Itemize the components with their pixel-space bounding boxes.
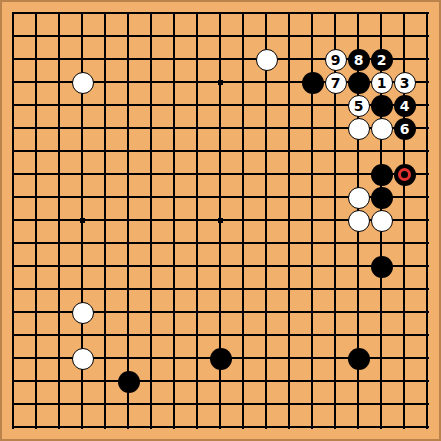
intersection-ig[interactable] xyxy=(186,140,209,163)
intersection-hc[interactable] xyxy=(163,48,186,71)
intersection-ko[interactable] xyxy=(232,324,255,347)
intersection-hi[interactable] xyxy=(163,186,186,209)
intersection-if[interactable] xyxy=(186,117,209,140)
intersection-ek[interactable] xyxy=(94,232,117,255)
intersection-jg[interactable] xyxy=(209,140,232,163)
intersection-jn[interactable] xyxy=(209,301,232,324)
intersection-br[interactable] xyxy=(25,393,48,416)
intersection-dc[interactable] xyxy=(71,48,94,71)
intersection-hh[interactable] xyxy=(163,163,186,186)
intersection-hj[interactable] xyxy=(163,209,186,232)
intersection-nn[interactable] xyxy=(301,301,324,324)
intersection-ng[interactable] xyxy=(301,140,324,163)
intersection-oo[interactable] xyxy=(324,324,347,347)
intersection-do[interactable] xyxy=(71,324,94,347)
intersection-nh[interactable] xyxy=(301,163,324,186)
intersection-pb[interactable] xyxy=(347,25,370,48)
intersection-ll[interactable] xyxy=(255,255,278,278)
intersection-nf[interactable] xyxy=(301,117,324,140)
intersection-mo[interactable] xyxy=(278,324,301,347)
intersection-iq[interactable] xyxy=(186,370,209,393)
intersection-mp[interactable] xyxy=(278,347,301,370)
intersection-sf[interactable] xyxy=(416,117,439,140)
intersection-ef[interactable] xyxy=(94,117,117,140)
intersection-bo[interactable] xyxy=(25,324,48,347)
intersection-rp[interactable] xyxy=(393,347,416,370)
intersection-bn[interactable] xyxy=(25,301,48,324)
intersection-ro[interactable] xyxy=(393,324,416,347)
intersection-pe[interactable]: 5 xyxy=(347,94,370,117)
intersection-nb[interactable] xyxy=(301,25,324,48)
intersection-rm[interactable] xyxy=(393,278,416,301)
intersection-pa[interactable] xyxy=(347,2,370,25)
intersection-pl[interactable] xyxy=(347,255,370,278)
intersection-ld[interactable] xyxy=(255,71,278,94)
intersection-as[interactable] xyxy=(2,416,25,439)
intersection-hf[interactable] xyxy=(163,117,186,140)
intersection-nq[interactable] xyxy=(301,370,324,393)
intersection-mk[interactable] xyxy=(278,232,301,255)
intersection-ms[interactable] xyxy=(278,416,301,439)
intersection-qd[interactable]: 1 xyxy=(370,71,393,94)
intersection-gg[interactable] xyxy=(140,140,163,163)
intersection-qs[interactable] xyxy=(370,416,393,439)
intersection-cs[interactable] xyxy=(48,416,71,439)
intersection-fa[interactable] xyxy=(117,2,140,25)
intersection-km[interactable] xyxy=(232,278,255,301)
intersection-ja[interactable] xyxy=(209,2,232,25)
intersection-jh[interactable] xyxy=(209,163,232,186)
intersection-ml[interactable] xyxy=(278,255,301,278)
intersection-re[interactable]: 4 xyxy=(393,94,416,117)
intersection-nr[interactable] xyxy=(301,393,324,416)
intersection-nc[interactable] xyxy=(301,48,324,71)
intersection-ri[interactable] xyxy=(393,186,416,209)
intersection-en[interactable] xyxy=(94,301,117,324)
intersection-cm[interactable] xyxy=(48,278,71,301)
intersection-jb[interactable] xyxy=(209,25,232,48)
intersection-ln[interactable] xyxy=(255,301,278,324)
intersection-di[interactable] xyxy=(71,186,94,209)
intersection-oq[interactable] xyxy=(324,370,347,393)
intersection-gc[interactable] xyxy=(140,48,163,71)
intersection-rb[interactable] xyxy=(393,25,416,48)
intersection-kf[interactable] xyxy=(232,117,255,140)
intersection-fn[interactable] xyxy=(117,301,140,324)
intersection-nl[interactable] xyxy=(301,255,324,278)
intersection-ki[interactable] xyxy=(232,186,255,209)
intersection-an[interactable] xyxy=(2,301,25,324)
intersection-bf[interactable] xyxy=(25,117,48,140)
intersection-ih[interactable] xyxy=(186,163,209,186)
intersection-qa[interactable] xyxy=(370,2,393,25)
intersection-og[interactable] xyxy=(324,140,347,163)
intersection-of[interactable] xyxy=(324,117,347,140)
intersection-rl[interactable] xyxy=(393,255,416,278)
intersection-ai[interactable] xyxy=(2,186,25,209)
intersection-ff[interactable] xyxy=(117,117,140,140)
intersection-ph[interactable] xyxy=(347,163,370,186)
intersection-hq[interactable] xyxy=(163,370,186,393)
intersection-jr[interactable] xyxy=(209,393,232,416)
intersection-dd[interactable] xyxy=(71,71,94,94)
intersection-db[interactable] xyxy=(71,25,94,48)
intersection-bk[interactable] xyxy=(25,232,48,255)
intersection-gl[interactable] xyxy=(140,255,163,278)
intersection-qf[interactable] xyxy=(370,117,393,140)
intersection-ac[interactable] xyxy=(2,48,25,71)
intersection-pk[interactable] xyxy=(347,232,370,255)
intersection-jd[interactable] xyxy=(209,71,232,94)
intersection-lg[interactable] xyxy=(255,140,278,163)
intersection-sr[interactable] xyxy=(416,393,439,416)
intersection-am[interactable] xyxy=(2,278,25,301)
intersection-oi[interactable] xyxy=(324,186,347,209)
intersection-dm[interactable] xyxy=(71,278,94,301)
intersection-pj[interactable] xyxy=(347,209,370,232)
intersection-sc[interactable] xyxy=(416,48,439,71)
intersection-bh[interactable] xyxy=(25,163,48,186)
intersection-aa[interactable] xyxy=(2,2,25,25)
intersection-so[interactable] xyxy=(416,324,439,347)
intersection-la[interactable] xyxy=(255,2,278,25)
intersection-pf[interactable] xyxy=(347,117,370,140)
intersection-na[interactable] xyxy=(301,2,324,25)
intersection-pp[interactable] xyxy=(347,347,370,370)
intersection-cd[interactable] xyxy=(48,71,71,94)
intersection-qc[interactable]: 2 xyxy=(370,48,393,71)
intersection-er[interactable] xyxy=(94,393,117,416)
intersection-gr[interactable] xyxy=(140,393,163,416)
intersection-dh[interactable] xyxy=(71,163,94,186)
intersection-om[interactable] xyxy=(324,278,347,301)
intersection-ce[interactable] xyxy=(48,94,71,117)
intersection-aj[interactable] xyxy=(2,209,25,232)
intersection-cr[interactable] xyxy=(48,393,71,416)
intersection-ra[interactable] xyxy=(393,2,416,25)
intersection-rh[interactable] xyxy=(393,163,416,186)
intersection-ii[interactable] xyxy=(186,186,209,209)
intersection-cq[interactable] xyxy=(48,370,71,393)
intersection-qj[interactable] xyxy=(370,209,393,232)
intersection-lc[interactable] xyxy=(255,48,278,71)
intersection-fo[interactable] xyxy=(117,324,140,347)
intersection-gi[interactable] xyxy=(140,186,163,209)
intersection-jj[interactable] xyxy=(209,209,232,232)
intersection-fb[interactable] xyxy=(117,25,140,48)
intersection-mr[interactable] xyxy=(278,393,301,416)
intersection-ge[interactable] xyxy=(140,94,163,117)
intersection-io[interactable] xyxy=(186,324,209,347)
intersection-rg[interactable] xyxy=(393,140,416,163)
intersection-kh[interactable] xyxy=(232,163,255,186)
intersection-ad[interactable] xyxy=(2,71,25,94)
intersection-kc[interactable] xyxy=(232,48,255,71)
intersection-dj[interactable] xyxy=(71,209,94,232)
intersection-gq[interactable] xyxy=(140,370,163,393)
intersection-be[interactable] xyxy=(25,94,48,117)
intersection-fr[interactable] xyxy=(117,393,140,416)
intersection-fc[interactable] xyxy=(117,48,140,71)
intersection-lr[interactable] xyxy=(255,393,278,416)
intersection-ep[interactable] xyxy=(94,347,117,370)
intersection-bl[interactable] xyxy=(25,255,48,278)
intersection-hb[interactable] xyxy=(163,25,186,48)
intersection-in[interactable] xyxy=(186,301,209,324)
intersection-ne[interactable] xyxy=(301,94,324,117)
intersection-dq[interactable] xyxy=(71,370,94,393)
intersection-oc[interactable]: 9 xyxy=(324,48,347,71)
intersection-pr[interactable] xyxy=(347,393,370,416)
intersection-jo[interactable] xyxy=(209,324,232,347)
intersection-nm[interactable] xyxy=(301,278,324,301)
intersection-ap[interactable] xyxy=(2,347,25,370)
intersection-ah[interactable] xyxy=(2,163,25,186)
intersection-od[interactable]: 7 xyxy=(324,71,347,94)
intersection-ib[interactable] xyxy=(186,25,209,48)
intersection-fp[interactable] xyxy=(117,347,140,370)
intersection-op[interactable] xyxy=(324,347,347,370)
intersection-ar[interactable] xyxy=(2,393,25,416)
intersection-fl[interactable] xyxy=(117,255,140,278)
intersection-jp[interactable] xyxy=(209,347,232,370)
intersection-bj[interactable] xyxy=(25,209,48,232)
intersection-qi[interactable] xyxy=(370,186,393,209)
intersection-js[interactable] xyxy=(209,416,232,439)
intersection-lo[interactable] xyxy=(255,324,278,347)
intersection-gp[interactable] xyxy=(140,347,163,370)
intersection-rs[interactable] xyxy=(393,416,416,439)
intersection-fm[interactable] xyxy=(117,278,140,301)
intersection-gf[interactable] xyxy=(140,117,163,140)
intersection-hm[interactable] xyxy=(163,278,186,301)
intersection-gd[interactable] xyxy=(140,71,163,94)
intersection-fh[interactable] xyxy=(117,163,140,186)
intersection-rr[interactable] xyxy=(393,393,416,416)
intersection-pn[interactable] xyxy=(347,301,370,324)
intersection-pm[interactable] xyxy=(347,278,370,301)
intersection-ie[interactable] xyxy=(186,94,209,117)
intersection-go[interactable] xyxy=(140,324,163,347)
intersection-nk[interactable] xyxy=(301,232,324,255)
intersection-gj[interactable] xyxy=(140,209,163,232)
intersection-hl[interactable] xyxy=(163,255,186,278)
intersection-pc[interactable]: 8 xyxy=(347,48,370,71)
intersection-ka[interactable] xyxy=(232,2,255,25)
intersection-sq[interactable] xyxy=(416,370,439,393)
intersection-pq[interactable] xyxy=(347,370,370,393)
intersection-gb[interactable] xyxy=(140,25,163,48)
intersection-da[interactable] xyxy=(71,2,94,25)
intersection-sm[interactable] xyxy=(416,278,439,301)
intersection-rk[interactable] xyxy=(393,232,416,255)
intersection-kn[interactable] xyxy=(232,301,255,324)
intersection-pg[interactable] xyxy=(347,140,370,163)
intersection-sb[interactable] xyxy=(416,25,439,48)
intersection-le[interactable] xyxy=(255,94,278,117)
intersection-fe[interactable] xyxy=(117,94,140,117)
intersection-eg[interactable] xyxy=(94,140,117,163)
intersection-oe[interactable] xyxy=(324,94,347,117)
intersection-jf[interactable] xyxy=(209,117,232,140)
intersection-po[interactable] xyxy=(347,324,370,347)
intersection-kk[interactable] xyxy=(232,232,255,255)
intersection-md[interactable] xyxy=(278,71,301,94)
intersection-mh[interactable] xyxy=(278,163,301,186)
intersection-il[interactable] xyxy=(186,255,209,278)
intersection-sd[interactable] xyxy=(416,71,439,94)
intersection-oj[interactable] xyxy=(324,209,347,232)
intersection-el[interactable] xyxy=(94,255,117,278)
intersection-co[interactable] xyxy=(48,324,71,347)
intersection-ao[interactable] xyxy=(2,324,25,347)
intersection-ak[interactable] xyxy=(2,232,25,255)
intersection-ma[interactable] xyxy=(278,2,301,25)
intersection-ps[interactable] xyxy=(347,416,370,439)
intersection-cg[interactable] xyxy=(48,140,71,163)
intersection-ab[interactable] xyxy=(2,25,25,48)
intersection-lp[interactable] xyxy=(255,347,278,370)
intersection-mq[interactable] xyxy=(278,370,301,393)
intersection-qp[interactable] xyxy=(370,347,393,370)
intersection-pi[interactable] xyxy=(347,186,370,209)
intersection-jc[interactable] xyxy=(209,48,232,71)
intersection-id[interactable] xyxy=(186,71,209,94)
intersection-bi[interactable] xyxy=(25,186,48,209)
intersection-mb[interactable] xyxy=(278,25,301,48)
intersection-kg[interactable] xyxy=(232,140,255,163)
intersection-ci[interactable] xyxy=(48,186,71,209)
intersection-ls[interactable] xyxy=(255,416,278,439)
intersection-hr[interactable] xyxy=(163,393,186,416)
intersection-hs[interactable] xyxy=(163,416,186,439)
intersection-fq[interactable] xyxy=(117,370,140,393)
intersection-mm[interactable] xyxy=(278,278,301,301)
intersection-jk[interactable] xyxy=(209,232,232,255)
intersection-nd[interactable] xyxy=(301,71,324,94)
intersection-ed[interactable] xyxy=(94,71,117,94)
intersection-sa[interactable] xyxy=(416,2,439,25)
intersection-hk[interactable] xyxy=(163,232,186,255)
intersection-ke[interactable] xyxy=(232,94,255,117)
intersection-mi[interactable] xyxy=(278,186,301,209)
intersection-si[interactable] xyxy=(416,186,439,209)
intersection-ae[interactable] xyxy=(2,94,25,117)
intersection-mg[interactable] xyxy=(278,140,301,163)
intersection-mn[interactable] xyxy=(278,301,301,324)
intersection-oh[interactable] xyxy=(324,163,347,186)
intersection-qk[interactable] xyxy=(370,232,393,255)
intersection-aq[interactable] xyxy=(2,370,25,393)
intersection-oa[interactable] xyxy=(324,2,347,25)
intersection-qb[interactable] xyxy=(370,25,393,48)
intersection-kb[interactable] xyxy=(232,25,255,48)
intersection-lq[interactable] xyxy=(255,370,278,393)
intersection-eo[interactable] xyxy=(94,324,117,347)
intersection-nj[interactable] xyxy=(301,209,324,232)
intersection-se[interactable] xyxy=(416,94,439,117)
intersection-cp[interactable] xyxy=(48,347,71,370)
intersection-kq[interactable] xyxy=(232,370,255,393)
intersection-cb[interactable] xyxy=(48,25,71,48)
intersection-kr[interactable] xyxy=(232,393,255,416)
intersection-sp[interactable] xyxy=(416,347,439,370)
intersection-rd[interactable]: 3 xyxy=(393,71,416,94)
intersection-hd[interactable] xyxy=(163,71,186,94)
intersection-no[interactable] xyxy=(301,324,324,347)
intersection-df[interactable] xyxy=(71,117,94,140)
intersection-qr[interactable] xyxy=(370,393,393,416)
intersection-ag[interactable] xyxy=(2,140,25,163)
intersection-gm[interactable] xyxy=(140,278,163,301)
intersection-lk[interactable] xyxy=(255,232,278,255)
intersection-sk[interactable] xyxy=(416,232,439,255)
intersection-eq[interactable] xyxy=(94,370,117,393)
intersection-bg[interactable] xyxy=(25,140,48,163)
intersection-qh[interactable] xyxy=(370,163,393,186)
intersection-gs[interactable] xyxy=(140,416,163,439)
intersection-kp[interactable] xyxy=(232,347,255,370)
intersection-ds[interactable] xyxy=(71,416,94,439)
intersection-ga[interactable] xyxy=(140,2,163,25)
intersection-hn[interactable] xyxy=(163,301,186,324)
intersection-qg[interactable] xyxy=(370,140,393,163)
intersection-ec[interactable] xyxy=(94,48,117,71)
intersection-dk[interactable] xyxy=(71,232,94,255)
intersection-ik[interactable] xyxy=(186,232,209,255)
intersection-ee[interactable] xyxy=(94,94,117,117)
intersection-dl[interactable] xyxy=(71,255,94,278)
intersection-rf[interactable]: 6 xyxy=(393,117,416,140)
intersection-de[interactable] xyxy=(71,94,94,117)
intersection-qn[interactable] xyxy=(370,301,393,324)
intersection-rq[interactable] xyxy=(393,370,416,393)
intersection-eb[interactable] xyxy=(94,25,117,48)
intersection-ks[interactable] xyxy=(232,416,255,439)
intersection-ns[interactable] xyxy=(301,416,324,439)
intersection-ol[interactable] xyxy=(324,255,347,278)
intersection-li[interactable] xyxy=(255,186,278,209)
intersection-ok[interactable] xyxy=(324,232,347,255)
intersection-cj[interactable] xyxy=(48,209,71,232)
intersection-ij[interactable] xyxy=(186,209,209,232)
intersection-jl[interactable] xyxy=(209,255,232,278)
intersection-lb[interactable] xyxy=(255,25,278,48)
intersection-ob[interactable] xyxy=(324,25,347,48)
intersection-sl[interactable] xyxy=(416,255,439,278)
intersection-rn[interactable] xyxy=(393,301,416,324)
intersection-ji[interactable] xyxy=(209,186,232,209)
intersection-ca[interactable] xyxy=(48,2,71,25)
intersection-np[interactable] xyxy=(301,347,324,370)
intersection-rc[interactable] xyxy=(393,48,416,71)
intersection-qe[interactable] xyxy=(370,94,393,117)
intersection-cc[interactable] xyxy=(48,48,71,71)
intersection-ip[interactable] xyxy=(186,347,209,370)
intersection-lm[interactable] xyxy=(255,278,278,301)
intersection-on[interactable] xyxy=(324,301,347,324)
intersection-kd[interactable] xyxy=(232,71,255,94)
intersection-he[interactable] xyxy=(163,94,186,117)
intersection-bq[interactable] xyxy=(25,370,48,393)
intersection-gh[interactable] xyxy=(140,163,163,186)
intersection-fg[interactable] xyxy=(117,140,140,163)
intersection-bp[interactable] xyxy=(25,347,48,370)
intersection-lj[interactable] xyxy=(255,209,278,232)
intersection-bb[interactable] xyxy=(25,25,48,48)
intersection-al[interactable] xyxy=(2,255,25,278)
intersection-hg[interactable] xyxy=(163,140,186,163)
